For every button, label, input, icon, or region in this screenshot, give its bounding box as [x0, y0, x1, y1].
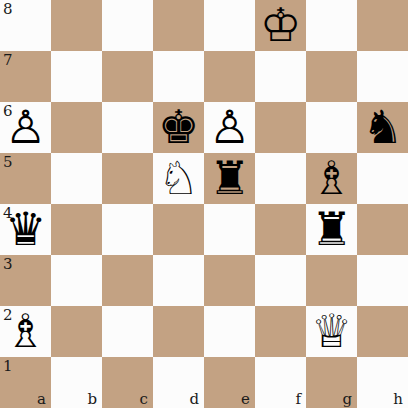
square-b1[interactable]: b: [51, 357, 102, 408]
square-d1[interactable]: d: [153, 357, 204, 408]
file-label-b: b: [87, 391, 97, 407]
square-f1[interactable]: f: [255, 357, 306, 408]
square-f5[interactable]: [255, 153, 306, 204]
white-pawn-e6[interactable]: ♙: [209, 102, 250, 153]
square-f3[interactable]: [255, 255, 306, 306]
square-b8[interactable]: [51, 0, 102, 51]
square-g3[interactable]: [306, 255, 357, 306]
square-b4[interactable]: [51, 204, 102, 255]
square-f4[interactable]: [255, 204, 306, 255]
square-a4[interactable]: 4♛: [0, 204, 51, 255]
square-c7[interactable]: [102, 51, 153, 102]
square-a8[interactable]: 8: [0, 0, 51, 51]
white-bishop-g5[interactable]: ♗: [311, 153, 352, 204]
square-h4[interactable]: [357, 204, 408, 255]
square-e3[interactable]: [204, 255, 255, 306]
file-label-a: a: [37, 391, 46, 407]
square-h8[interactable]: [357, 0, 408, 51]
square-e6[interactable]: ♙: [204, 102, 255, 153]
square-b6[interactable]: [51, 102, 102, 153]
square-a1[interactable]: 1a: [0, 357, 51, 408]
square-d2[interactable]: [153, 306, 204, 357]
file-label-f: f: [295, 391, 301, 407]
black-rook-g4[interactable]: ♜: [311, 204, 352, 255]
square-e1[interactable]: e: [204, 357, 255, 408]
rank-label-2: 2: [3, 306, 13, 324]
square-e5[interactable]: ♜: [204, 153, 255, 204]
square-a2[interactable]: 2♗: [0, 306, 51, 357]
square-e8[interactable]: [204, 0, 255, 51]
square-a7[interactable]: 7: [0, 51, 51, 102]
square-d8[interactable]: [153, 0, 204, 51]
white-knight-d5[interactable]: ♘: [158, 153, 199, 204]
square-g6[interactable]: [306, 102, 357, 153]
square-g7[interactable]: [306, 51, 357, 102]
square-c8[interactable]: [102, 0, 153, 51]
square-e4[interactable]: [204, 204, 255, 255]
file-label-g: g: [342, 391, 352, 407]
square-b3[interactable]: [51, 255, 102, 306]
file-label-c: c: [140, 391, 148, 407]
square-f2[interactable]: [255, 306, 306, 357]
rank-label-7: 7: [3, 51, 13, 69]
file-label-h: h: [393, 391, 403, 407]
square-g5[interactable]: ♗: [306, 153, 357, 204]
square-f6[interactable]: [255, 102, 306, 153]
square-e7[interactable]: [204, 51, 255, 102]
black-knight-h6[interactable]: ♞: [362, 102, 403, 153]
square-d4[interactable]: [153, 204, 204, 255]
square-d7[interactable]: [153, 51, 204, 102]
black-rook-e5[interactable]: ♜: [209, 153, 250, 204]
black-king-d6[interactable]: ♚: [158, 102, 199, 153]
square-e2[interactable]: [204, 306, 255, 357]
chess-board: 8♔76♙♚♙♞5♘♜♗4♛♜32♗♕1abcdefgh: [0, 0, 408, 408]
file-label-e: e: [241, 391, 250, 407]
square-b2[interactable]: [51, 306, 102, 357]
square-d5[interactable]: ♘: [153, 153, 204, 204]
square-h2[interactable]: [357, 306, 408, 357]
file-label-d: d: [189, 391, 199, 407]
square-d6[interactable]: ♚: [153, 102, 204, 153]
square-a3[interactable]: 3: [0, 255, 51, 306]
square-a5[interactable]: 5: [0, 153, 51, 204]
square-g2[interactable]: ♕: [306, 306, 357, 357]
square-h7[interactable]: [357, 51, 408, 102]
square-a6[interactable]: 6♙: [0, 102, 51, 153]
square-g1[interactable]: g: [306, 357, 357, 408]
square-c2[interactable]: [102, 306, 153, 357]
square-h5[interactable]: [357, 153, 408, 204]
rank-label-8: 8: [3, 0, 13, 18]
white-queen-g2[interactable]: ♕: [311, 306, 352, 357]
square-c5[interactable]: [102, 153, 153, 204]
square-c4[interactable]: [102, 204, 153, 255]
white-king-f8[interactable]: ♔: [260, 0, 301, 51]
square-h3[interactable]: [357, 255, 408, 306]
rank-label-1: 1: [3, 357, 13, 375]
square-f8[interactable]: ♔: [255, 0, 306, 51]
square-f7[interactable]: [255, 51, 306, 102]
rank-label-4: 4: [3, 204, 13, 222]
rank-label-6: 6: [3, 102, 13, 120]
rank-label-3: 3: [3, 255, 13, 273]
square-b5[interactable]: [51, 153, 102, 204]
square-h1[interactable]: h: [357, 357, 408, 408]
square-b7[interactable]: [51, 51, 102, 102]
square-h6[interactable]: ♞: [357, 102, 408, 153]
square-c6[interactable]: [102, 102, 153, 153]
square-g8[interactable]: [306, 0, 357, 51]
square-c1[interactable]: c: [102, 357, 153, 408]
square-c3[interactable]: [102, 255, 153, 306]
square-d3[interactable]: [153, 255, 204, 306]
square-g4[interactable]: ♜: [306, 204, 357, 255]
rank-label-5: 5: [3, 153, 13, 171]
